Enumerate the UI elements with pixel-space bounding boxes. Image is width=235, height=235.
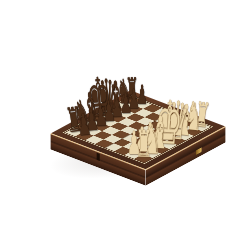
piece-white-pawn: ♟ (184, 98, 200, 128)
piece-black-bishop: ♝ (106, 76, 125, 115)
piece-black-knight: ♞ (72, 95, 93, 134)
piece-white-rook: ♜ (193, 98, 212, 133)
piece-white-pawn: ♟ (143, 119, 158, 150)
piece-black-pawn: ♟ (84, 105, 100, 136)
piece-white-pawn: ♟ (135, 123, 149, 155)
piece-white-pawn: ♟ (126, 127, 141, 159)
piece-black-pawn: ♟ (76, 109, 93, 140)
piece-black-rook: ♜ (126, 75, 140, 105)
piece-black-knight: ♞ (116, 75, 132, 109)
piece-black-pawn: ♟ (119, 89, 132, 117)
piece-white-pawn: ♟ (168, 106, 183, 136)
piece-black-queen: ♛ (95, 72, 119, 121)
piece-white-bishop: ♝ (149, 111, 171, 156)
board-scene: ♜♞♝♛♚♝♞♜♟♟♟♟♟♟♟♟♟♟♟♟♟♟♟♟♜♞♝♛♚♝♞♜ (0, 0, 235, 235)
piece-white-pawn: ♟ (151, 115, 166, 146)
piece-black-pawn: ♟ (128, 85, 140, 112)
piece-white-knight: ♞ (142, 119, 161, 160)
piece-black-pawn: ♟ (93, 101, 108, 131)
piece-black-king: ♚ (85, 70, 114, 126)
piece-white-king: ♚ (153, 92, 184, 153)
piece-white-knight: ♞ (183, 98, 204, 137)
piece-white-bishop: ♝ (174, 98, 197, 142)
piece-white-pawn: ♟ (159, 110, 174, 141)
piece-black-pawn: ♟ (110, 93, 124, 121)
piece-white-queen: ♛ (163, 94, 191, 148)
pieces-layer: ♜♞♝♛♚♝♞♜♟♟♟♟♟♟♟♟♟♟♟♟♟♟♟♟♜♞♝♛♚♝♞♜ (0, 0, 235, 235)
piece-white-rook: ♜ (135, 127, 152, 164)
piece-black-pawn: ♟ (136, 81, 148, 108)
piece-black-bishop: ♝ (80, 87, 102, 129)
piece-black-rook: ♜ (64, 102, 83, 137)
piece-black-pawn: ♟ (102, 97, 116, 126)
piece-white-pawn: ♟ (176, 102, 192, 132)
